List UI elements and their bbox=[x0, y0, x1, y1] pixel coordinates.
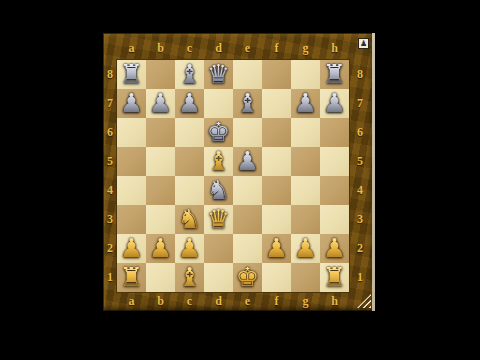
square-c4[interactable] bbox=[175, 176, 204, 205]
white-pawn-g2[interactable]: ♟ bbox=[294, 234, 317, 263]
square-h3[interactable] bbox=[320, 205, 349, 234]
file-label-g: g bbox=[291, 38, 320, 58]
square-e5[interactable]: ♟ bbox=[233, 147, 262, 176]
rank-label-7: 7 bbox=[349, 89, 371, 118]
square-a6[interactable] bbox=[117, 118, 146, 147]
square-g8[interactable] bbox=[291, 60, 320, 89]
square-f3[interactable] bbox=[262, 205, 291, 234]
rank-label-1: 1 bbox=[103, 263, 117, 292]
black-bishop-c8[interactable]: ♝ bbox=[178, 60, 201, 89]
square-g6[interactable] bbox=[291, 118, 320, 147]
rank-label-5: 5 bbox=[103, 147, 117, 176]
file-label-b: b bbox=[146, 292, 175, 311]
black-pawn-b7[interactable]: ♟ bbox=[149, 89, 172, 118]
square-e4[interactable] bbox=[233, 176, 262, 205]
white-bishop-c1[interactable]: ♝ bbox=[178, 263, 201, 292]
file-label-h: h bbox=[320, 38, 349, 58]
square-d3[interactable]: ♛ bbox=[204, 205, 233, 234]
square-e8[interactable] bbox=[233, 60, 262, 89]
square-b5[interactable] bbox=[146, 147, 175, 176]
black-king-d6[interactable]: ♚ bbox=[207, 118, 230, 147]
square-g3[interactable] bbox=[291, 205, 320, 234]
black-rook-h8[interactable]: ♜ bbox=[323, 60, 346, 89]
rank-label-2: 2 bbox=[349, 234, 371, 263]
black-pawn-a7[interactable]: ♟ bbox=[120, 89, 143, 118]
window-edge bbox=[372, 33, 375, 311]
video-background: abcdefgh abcdefgh 87654321 87654321 ♜♝♛♜… bbox=[0, 0, 480, 360]
square-e2[interactable] bbox=[233, 234, 262, 263]
black-bishop-e7[interactable]: ♝ bbox=[236, 89, 259, 118]
square-f1[interactable] bbox=[262, 263, 291, 292]
square-f8[interactable] bbox=[262, 60, 291, 89]
square-d7[interactable] bbox=[204, 89, 233, 118]
file-label-e: e bbox=[233, 292, 262, 311]
square-b2[interactable]: ♟ bbox=[146, 234, 175, 263]
square-g2[interactable]: ♟ bbox=[291, 234, 320, 263]
square-a2[interactable]: ♟ bbox=[117, 234, 146, 263]
file-label-c: c bbox=[175, 292, 204, 311]
square-b6[interactable] bbox=[146, 118, 175, 147]
black-pawn-g7[interactable]: ♟ bbox=[294, 89, 317, 118]
square-d6[interactable]: ♚ bbox=[204, 118, 233, 147]
file-label-c: c bbox=[175, 38, 204, 58]
square-a3[interactable] bbox=[117, 205, 146, 234]
file-label-f: f bbox=[262, 292, 291, 311]
rank-label-2: 2 bbox=[103, 234, 117, 263]
file-label-a: a bbox=[117, 38, 146, 58]
square-d8[interactable]: ♛ bbox=[204, 60, 233, 89]
square-a7[interactable]: ♟ bbox=[117, 89, 146, 118]
white-pawn-h2[interactable]: ♟ bbox=[323, 234, 346, 263]
square-b7[interactable]: ♟ bbox=[146, 89, 175, 118]
square-c3[interactable]: ♞ bbox=[175, 205, 204, 234]
square-a5[interactable] bbox=[117, 147, 146, 176]
square-f2[interactable]: ♟ bbox=[262, 234, 291, 263]
white-king-e1[interactable]: ♚ bbox=[236, 263, 259, 292]
square-e3[interactable] bbox=[233, 205, 262, 234]
chess-board: ♜♝♛♜♟♟♟♝♟♟♚♝♟♞♞♛♟♟♟♟♟♟♜♝♚♜ bbox=[116, 59, 350, 293]
file-labels-bottom: abcdefgh bbox=[117, 292, 349, 311]
file-label-b: b bbox=[146, 38, 175, 58]
rank-labels-right: 87654321 bbox=[349, 60, 371, 292]
square-g4[interactable] bbox=[291, 176, 320, 205]
rank-label-8: 8 bbox=[103, 60, 117, 89]
file-label-d: d bbox=[204, 292, 233, 311]
square-e6[interactable] bbox=[233, 118, 262, 147]
square-h2[interactable]: ♟ bbox=[320, 234, 349, 263]
square-f7[interactable] bbox=[262, 89, 291, 118]
chess-board-window: abcdefgh abcdefgh 87654321 87654321 ♜♝♛♜… bbox=[103, 33, 375, 311]
white-pawn-a2[interactable]: ♟ bbox=[120, 234, 143, 263]
white-bishop-d5[interactable]: ♝ bbox=[207, 147, 230, 176]
white-knight-c3[interactable]: ♞ bbox=[178, 205, 201, 234]
file-labels-top: abcdefgh bbox=[117, 38, 349, 58]
white-pawn-c2[interactable]: ♟ bbox=[178, 234, 201, 263]
rank-label-1: 1 bbox=[349, 263, 371, 292]
square-c7[interactable]: ♟ bbox=[175, 89, 204, 118]
square-c1[interactable]: ♝ bbox=[175, 263, 204, 292]
rank-label-8: 8 bbox=[349, 60, 371, 89]
square-d2[interactable] bbox=[204, 234, 233, 263]
rank-label-3: 3 bbox=[349, 205, 371, 234]
black-rook-a8[interactable]: ♜ bbox=[120, 60, 143, 89]
square-g5[interactable] bbox=[291, 147, 320, 176]
square-h7[interactable]: ♟ bbox=[320, 89, 349, 118]
square-a4[interactable] bbox=[117, 176, 146, 205]
black-knight-d4[interactable]: ♞ bbox=[207, 176, 230, 205]
black-pawn-e5[interactable]: ♟ bbox=[236, 147, 259, 176]
file-label-e: e bbox=[233, 38, 262, 58]
white-rook-h1[interactable]: ♜ bbox=[323, 263, 346, 292]
square-e1[interactable]: ♚ bbox=[233, 263, 262, 292]
square-a8[interactable]: ♜ bbox=[117, 60, 146, 89]
rank-label-4: 4 bbox=[103, 176, 117, 205]
rank-labels-left: 87654321 bbox=[103, 60, 117, 292]
square-b8[interactable] bbox=[146, 60, 175, 89]
square-c2[interactable]: ♟ bbox=[175, 234, 204, 263]
file-label-d: d bbox=[204, 38, 233, 58]
side-to-move-indicator: ♟ bbox=[358, 38, 369, 49]
square-b3[interactable] bbox=[146, 205, 175, 234]
square-h1[interactable]: ♜ bbox=[320, 263, 349, 292]
file-label-f: f bbox=[262, 38, 291, 58]
square-d1[interactable] bbox=[204, 263, 233, 292]
rank-label-7: 7 bbox=[103, 89, 117, 118]
square-h5[interactable] bbox=[320, 147, 349, 176]
rank-label-5: 5 bbox=[349, 147, 371, 176]
square-c8[interactable]: ♝ bbox=[175, 60, 204, 89]
white-queen-d3[interactable]: ♛ bbox=[207, 205, 230, 234]
file-label-g: g bbox=[291, 292, 320, 311]
square-c5[interactable] bbox=[175, 147, 204, 176]
file-label-a: a bbox=[117, 292, 146, 311]
black-pawn-c7[interactable]: ♟ bbox=[178, 89, 201, 118]
file-label-h: h bbox=[320, 292, 349, 311]
square-h8[interactable]: ♜ bbox=[320, 60, 349, 89]
square-f4[interactable] bbox=[262, 176, 291, 205]
square-e7[interactable]: ♝ bbox=[233, 89, 262, 118]
rank-label-6: 6 bbox=[103, 118, 117, 147]
square-c6[interactable] bbox=[175, 118, 204, 147]
resize-grip-icon[interactable] bbox=[357, 294, 371, 308]
rank-label-6: 6 bbox=[349, 118, 371, 147]
square-d4[interactable]: ♞ bbox=[204, 176, 233, 205]
square-b1[interactable] bbox=[146, 263, 175, 292]
square-d5[interactable]: ♝ bbox=[204, 147, 233, 176]
square-h4[interactable] bbox=[320, 176, 349, 205]
rank-label-3: 3 bbox=[103, 205, 117, 234]
square-f5[interactable] bbox=[262, 147, 291, 176]
white-pawn-f2[interactable]: ♟ bbox=[265, 234, 288, 263]
square-h6[interactable] bbox=[320, 118, 349, 147]
square-g7[interactable]: ♟ bbox=[291, 89, 320, 118]
square-g1[interactable] bbox=[291, 263, 320, 292]
white-pawn-b2[interactable]: ♟ bbox=[149, 234, 172, 263]
black-pawn-h7[interactable]: ♟ bbox=[323, 89, 346, 118]
square-a1[interactable]: ♜ bbox=[117, 263, 146, 292]
white-rook-a1[interactable]: ♜ bbox=[120, 263, 143, 292]
rank-label-4: 4 bbox=[349, 176, 371, 205]
square-f6[interactable] bbox=[262, 118, 291, 147]
square-b4[interactable] bbox=[146, 176, 175, 205]
black-queen-d8[interactable]: ♛ bbox=[207, 60, 230, 89]
black-pawn-icon: ♟ bbox=[360, 39, 367, 48]
